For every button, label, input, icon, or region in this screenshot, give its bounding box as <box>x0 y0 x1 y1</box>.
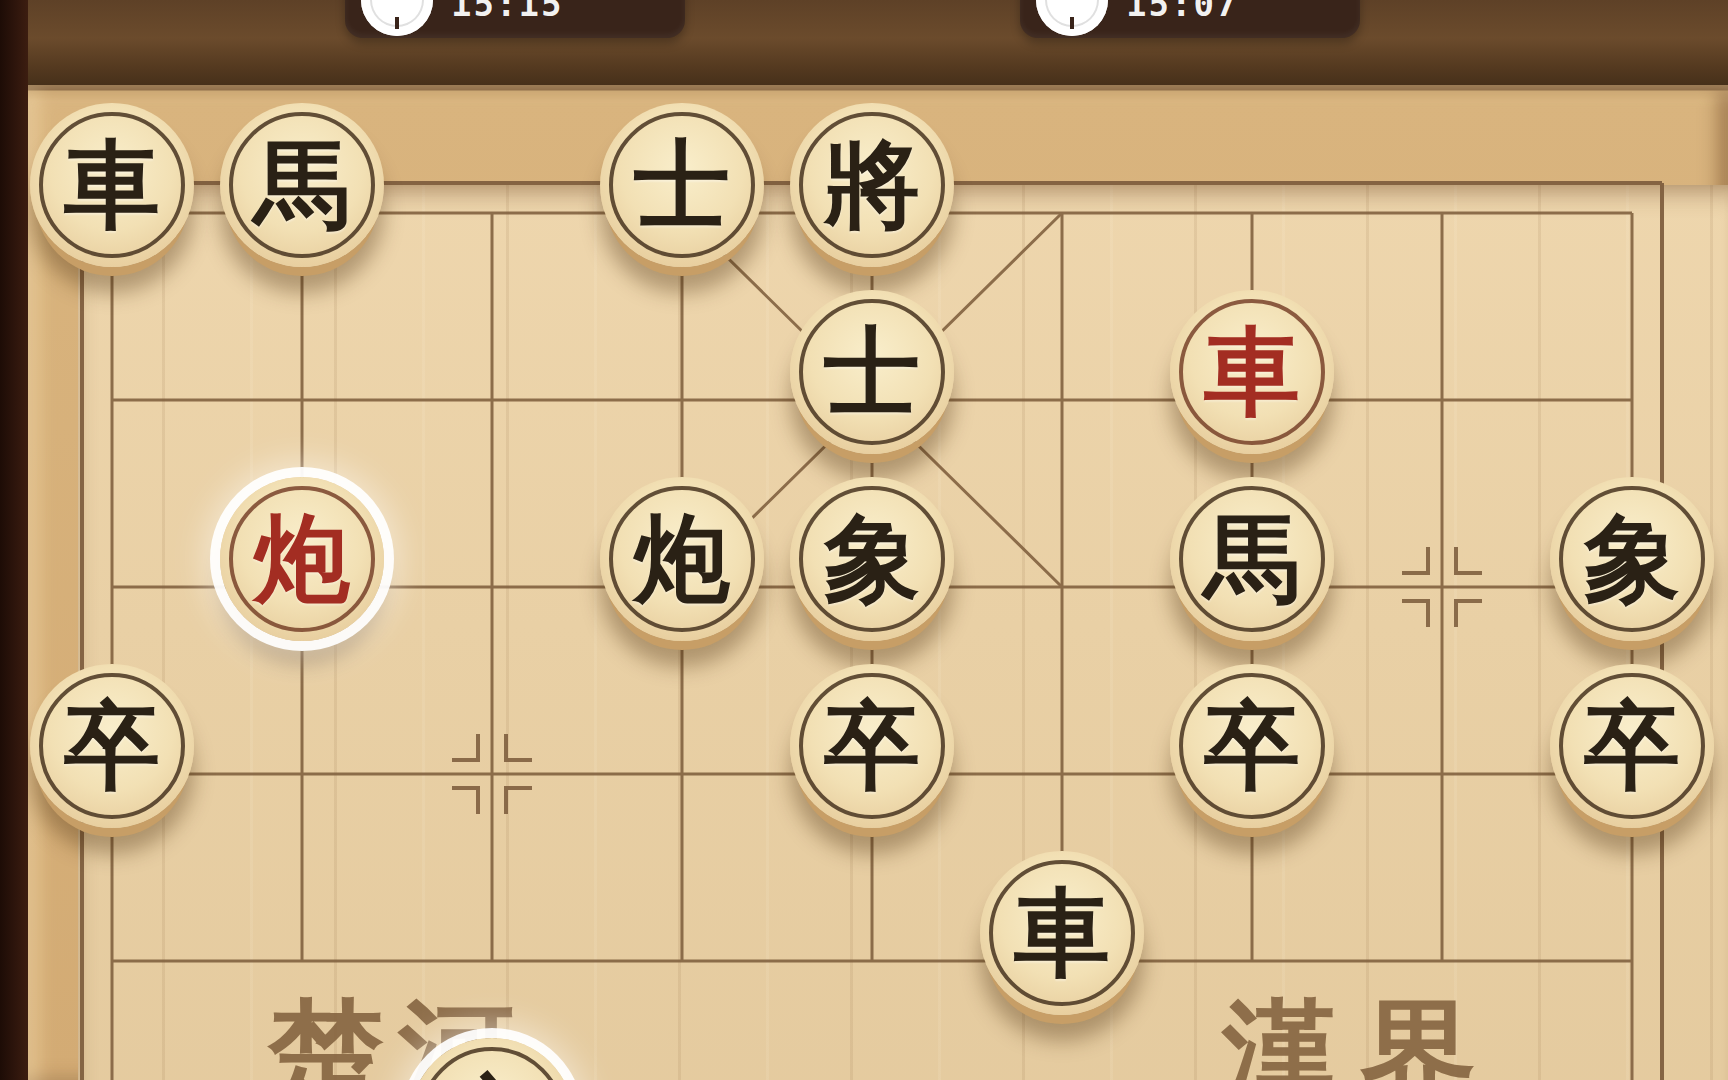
piece-glyph: 士 <box>634 137 730 233</box>
game-screen: 15:15 15:07 楚河 漢界 車馬士將士車炮炮象馬象卒卒卒卒車卒 <box>0 0 1728 1080</box>
piece-black-elephant[interactable]: 象 <box>1550 477 1714 641</box>
piece-glyph: 將 <box>824 137 920 233</box>
piece-glyph: 車 <box>1014 885 1110 981</box>
piece-black-advisor[interactable]: 士 <box>790 290 954 454</box>
piece-glyph: 卒 <box>1204 698 1300 794</box>
piece-black-soldier[interactable]: 卒 <box>1170 664 1334 828</box>
piece-glyph: 車 <box>64 137 160 233</box>
piece-black-horse[interactable]: 馬 <box>220 103 384 267</box>
pieces-layer: 車馬士將士車炮炮象馬象卒卒卒卒車卒 <box>0 0 1728 1080</box>
piece-glyph: 車 <box>1204 324 1300 420</box>
piece-glyph: 卒 <box>824 698 920 794</box>
piece-glyph: 士 <box>824 324 920 420</box>
piece-black-elephant[interactable]: 象 <box>790 477 954 641</box>
piece-red-chariot[interactable]: 車 <box>1170 290 1334 454</box>
piece-black-general[interactable]: 將 <box>790 103 954 267</box>
piece-black-chariot[interactable]: 車 <box>980 851 1144 1015</box>
piece-glyph: 象 <box>1584 511 1680 607</box>
piece-glyph: 馬 <box>254 137 350 233</box>
piece-black-soldier[interactable]: 卒 <box>790 664 954 828</box>
piece-glyph: 卒 <box>1584 698 1680 794</box>
piece-black-soldier[interactable]: 卒 <box>1550 664 1714 828</box>
piece-glyph: 卒 <box>444 1072 540 1080</box>
piece-black-cannon[interactable]: 炮 <box>600 477 764 641</box>
piece-black-soldier[interactable]: 卒 <box>30 664 194 828</box>
piece-black-advisor[interactable]: 士 <box>600 103 764 267</box>
piece-glyph: 炮 <box>254 511 350 607</box>
piece-glyph: 馬 <box>1204 511 1300 607</box>
piece-black-soldier[interactable]: 卒 <box>410 1038 574 1080</box>
piece-black-chariot[interactable]: 車 <box>30 103 194 267</box>
piece-black-horse[interactable]: 馬 <box>1170 477 1334 641</box>
screen-left-edge <box>0 0 28 1080</box>
piece-glyph: 炮 <box>634 511 730 607</box>
piece-glyph: 卒 <box>64 698 160 794</box>
piece-red-cannon[interactable]: 炮 <box>220 477 384 641</box>
piece-glyph: 象 <box>824 511 920 607</box>
